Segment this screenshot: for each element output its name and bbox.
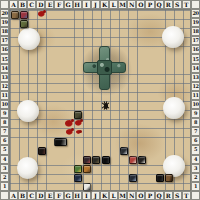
row-label-16: 16 xyxy=(0,45,9,54)
col-label-D: D xyxy=(36,0,45,9)
row-label-12: 12 xyxy=(191,82,200,91)
col-label-E: E xyxy=(45,0,54,9)
row-label-13: 13 xyxy=(191,73,200,82)
row-label-2: 2 xyxy=(0,173,9,182)
col-label-F: F xyxy=(54,191,63,200)
row-label-9: 9 xyxy=(191,109,200,118)
row-label-15: 15 xyxy=(191,54,200,63)
row-label-3: 3 xyxy=(191,164,200,173)
row-label-11: 11 xyxy=(191,91,200,100)
row-label-1: 1 xyxy=(0,182,9,191)
pillar-B17-C18 xyxy=(18,28,40,50)
row-label-7: 7 xyxy=(191,127,200,136)
row-label-6: 6 xyxy=(0,136,9,145)
blood-splatter-G8 xyxy=(65,120,73,127)
row-label-14: 14 xyxy=(0,64,9,73)
dark-token-D5[interactable] xyxy=(38,147,46,155)
grid-board[interactable] xyxy=(9,9,191,191)
col-label-M: M xyxy=(118,191,127,200)
col-label-L: L xyxy=(109,191,118,200)
row-label-19: 19 xyxy=(191,18,200,27)
col-label-Q: Q xyxy=(155,0,164,9)
corner-bottom-right xyxy=(191,191,200,200)
row-label-1: 1 xyxy=(191,182,200,191)
figure-token-orange-I3[interactable] xyxy=(83,165,91,173)
row-label-10: 10 xyxy=(191,100,200,109)
row-label-6: 6 xyxy=(191,136,200,145)
figure-token-white-black-I1[interactable] xyxy=(83,183,91,191)
figure-token-mottled-J4[interactable] xyxy=(92,156,100,164)
figure-token-red-white-N4[interactable] xyxy=(129,156,137,164)
row-label-11: 11 xyxy=(0,91,9,100)
figure-token-navy-H2[interactable] xyxy=(74,174,82,182)
pillar-B3-C4 xyxy=(17,157,39,179)
blood-splatter-G7 xyxy=(66,129,73,135)
col-label-P: P xyxy=(145,0,154,9)
corner-top-left xyxy=(0,0,9,9)
blood-splatter-H8 xyxy=(75,120,82,126)
col-label-N: N xyxy=(127,0,136,9)
black-square-token-K4[interactable] xyxy=(102,156,110,164)
column-labels-top: ABCDEFGHIJKLMNOPQRST xyxy=(9,0,191,9)
row-label-19: 19 xyxy=(0,18,9,27)
figure-token-green-yellow-H3[interactable] xyxy=(74,165,82,173)
row-label-17: 17 xyxy=(0,36,9,45)
figure-token-blue-gray-N2[interactable] xyxy=(129,174,137,182)
figure-token-dark-O4[interactable] xyxy=(138,156,146,164)
col-label-P: P xyxy=(145,191,154,200)
row-label-9: 9 xyxy=(0,109,9,118)
row-label-8: 8 xyxy=(0,118,9,127)
col-label-J: J xyxy=(91,191,100,200)
row-label-7: 7 xyxy=(0,127,9,136)
col-label-H: H xyxy=(73,0,82,9)
row-label-5: 5 xyxy=(0,145,9,154)
row-label-13: 13 xyxy=(0,73,9,82)
col-label-S: S xyxy=(173,0,182,9)
row-label-10: 10 xyxy=(0,100,9,109)
col-label-B: B xyxy=(18,191,27,200)
hero-token-green-B19[interactable] xyxy=(20,20,28,28)
col-label-I: I xyxy=(82,0,91,9)
col-label-Q: Q xyxy=(155,191,164,200)
col-label-N: N xyxy=(127,191,136,200)
col-label-R: R xyxy=(164,0,173,9)
col-label-R: R xyxy=(164,191,173,200)
col-label-T: T xyxy=(182,0,191,9)
col-label-C: C xyxy=(27,191,36,200)
col-label-J: J xyxy=(91,0,100,9)
row-label-4: 4 xyxy=(191,155,200,164)
col-label-D: D xyxy=(36,191,45,200)
col-label-G: G xyxy=(64,0,73,9)
row-label-4: 4 xyxy=(0,155,9,164)
battle-map: ABCDEFGHIJKLMNOPQRST ABCDEFGHIJKLMNOPQRS… xyxy=(0,0,200,200)
col-label-F: F xyxy=(54,0,63,9)
row-label-8: 8 xyxy=(191,118,200,127)
row-labels-right: 2019181716151413121110987654321 xyxy=(191,9,200,191)
hero-token-red-blue-B20[interactable] xyxy=(20,11,28,19)
row-label-16: 16 xyxy=(191,45,200,54)
col-label-S: S xyxy=(173,191,182,200)
col-label-L: L xyxy=(109,0,118,9)
figure-token-olive-H9[interactable] xyxy=(74,111,82,119)
col-label-G: G xyxy=(64,191,73,200)
col-label-K: K xyxy=(100,191,109,200)
figure-token-dark-white-M5[interactable] xyxy=(120,147,128,155)
column-labels-bottom: ABCDEFGHIJKLMNOPQRST xyxy=(9,191,191,200)
row-label-12: 12 xyxy=(0,82,9,91)
col-label-A: A xyxy=(9,0,18,9)
pillar-R3-S4 xyxy=(163,155,185,177)
col-label-O: O xyxy=(136,0,145,9)
barrel-token-brown-R2[interactable] xyxy=(165,174,173,182)
black-token-Q2[interactable] xyxy=(156,174,164,182)
row-label-14: 14 xyxy=(191,64,200,73)
pillar-R9-S10 xyxy=(163,97,185,119)
col-label-E: E xyxy=(45,191,54,200)
col-label-K: K xyxy=(100,0,109,9)
row-label-20: 20 xyxy=(191,9,200,18)
col-label-O: O xyxy=(136,191,145,200)
corner-top-right xyxy=(191,0,200,9)
row-label-18: 18 xyxy=(191,27,200,36)
crate-token-A20[interactable] xyxy=(11,11,19,19)
black-token-with-gray-blob-F6[interactable] xyxy=(54,138,67,146)
corner-bottom-left xyxy=(0,191,9,200)
col-label-H: H xyxy=(73,191,82,200)
row-label-5: 5 xyxy=(191,145,200,154)
col-label-M: M xyxy=(118,0,127,9)
spider-token-K10[interactable] xyxy=(101,101,110,110)
figure-token-dark-red-I4[interactable] xyxy=(83,156,91,164)
pillar-B9-C10 xyxy=(17,100,39,122)
col-label-C: C xyxy=(27,0,36,9)
col-label-B: B xyxy=(18,0,27,9)
col-label-A: A xyxy=(9,191,18,200)
row-label-17: 17 xyxy=(191,36,200,45)
row-label-2: 2 xyxy=(191,173,200,182)
row-label-3: 3 xyxy=(0,164,9,173)
row-label-18: 18 xyxy=(0,27,9,36)
row-label-20: 20 xyxy=(0,9,9,18)
row-labels-left: 2019181716151413121110987654321 xyxy=(0,9,9,191)
col-label-I: I xyxy=(82,191,91,200)
row-label-15: 15 xyxy=(0,54,9,63)
blood-splatter-H7 xyxy=(76,130,81,134)
pillar-R17-S18 xyxy=(162,26,184,48)
blood-splatter-D20 xyxy=(38,11,45,17)
ruin-cross-center xyxy=(97,60,112,75)
col-label-T: T xyxy=(182,191,191,200)
